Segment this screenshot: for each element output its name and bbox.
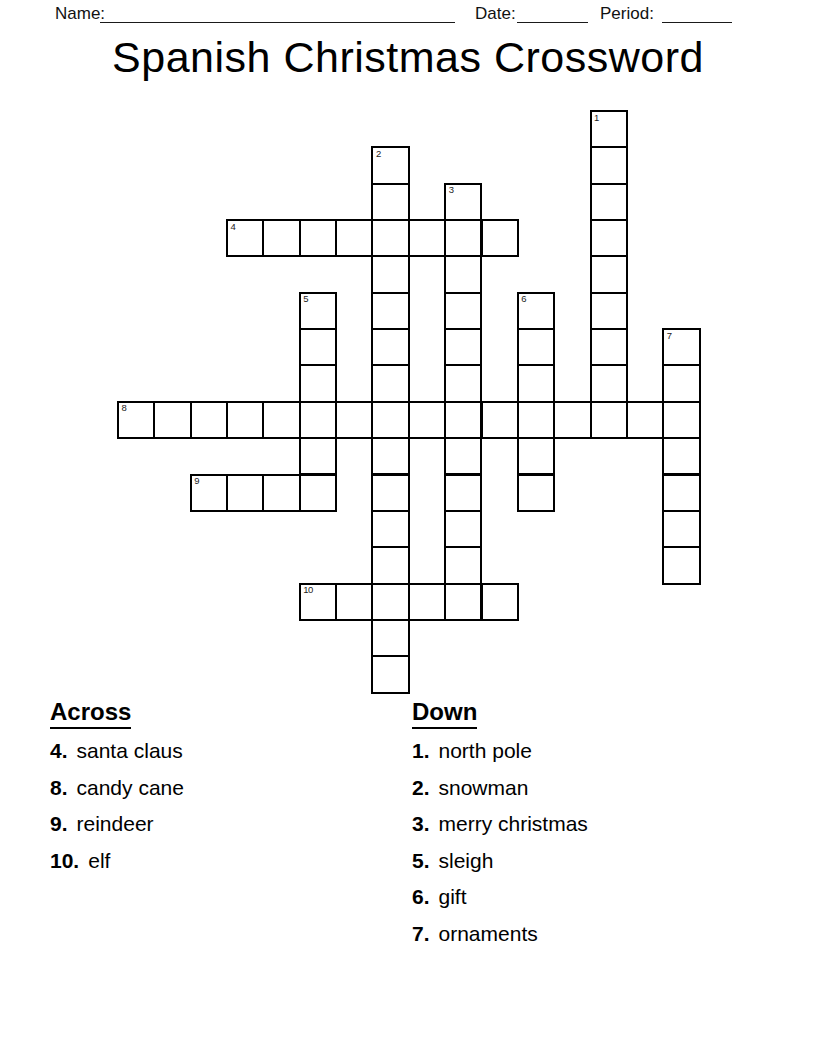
grid-cell-r6c5[interactable] bbox=[299, 328, 337, 366]
grid-cell-r12c7[interactable] bbox=[371, 546, 409, 584]
clue-number-label: 8. bbox=[50, 776, 68, 799]
clue-text: reindeer bbox=[77, 812, 154, 835]
clue-number-label: 1. bbox=[412, 739, 430, 762]
down-clue-3: 3.merry christmas bbox=[412, 811, 772, 848]
across-clue-10: 10.elf bbox=[50, 848, 380, 885]
grid-cell-r11c15[interactable] bbox=[662, 510, 700, 548]
across-heading: Across bbox=[50, 698, 131, 729]
grid-cell-r8c14[interactable] bbox=[626, 401, 664, 439]
across-clues-section: Across 4.santa claus8.candy cane9.reinde… bbox=[50, 698, 380, 884]
grid-cell-r11c7[interactable] bbox=[371, 510, 409, 548]
clue-text: snowman bbox=[439, 776, 529, 799]
grid-cell-r7c9[interactable] bbox=[444, 364, 482, 402]
grid-cell-r10c15[interactable] bbox=[662, 474, 700, 512]
clue-number-label: 2. bbox=[412, 776, 430, 799]
name-blank-line[interactable] bbox=[100, 0, 455, 23]
grid-cell-r8c5[interactable] bbox=[299, 401, 337, 439]
grid-cell-r13c10[interactable] bbox=[481, 583, 519, 621]
grid-cell-r8c8[interactable] bbox=[408, 401, 446, 439]
grid-cell-r13c6[interactable] bbox=[335, 583, 373, 621]
down-clue-list: 1.north pole2.snowman3.merry christmas5.… bbox=[412, 738, 772, 958]
grid-cell-r8c3[interactable] bbox=[226, 401, 264, 439]
grid-cell-r9c5[interactable] bbox=[299, 437, 337, 475]
grid-cell-r14c7[interactable] bbox=[371, 619, 409, 657]
clue-text: ornaments bbox=[439, 922, 538, 945]
down-clue-6: 6.gift bbox=[412, 884, 772, 921]
grid-cell-r3c3[interactable]: 4 bbox=[226, 219, 264, 257]
grid-clue-number-4: 4 bbox=[231, 222, 236, 232]
grid-cell-r13c9[interactable] bbox=[444, 583, 482, 621]
grid-cell-r5c9[interactable] bbox=[444, 292, 482, 330]
grid-cell-r5c5[interactable]: 5 bbox=[299, 292, 337, 330]
grid-cell-r5c11[interactable]: 6 bbox=[517, 292, 555, 330]
date-label: Date: bbox=[475, 4, 516, 24]
clue-text: santa claus bbox=[77, 739, 183, 762]
grid-clue-number-2: 2 bbox=[376, 149, 381, 159]
clue-text: gift bbox=[439, 885, 467, 908]
name-label: Name: bbox=[55, 4, 105, 24]
grid-cell-r4c7[interactable] bbox=[371, 255, 409, 293]
grid-clue-number-6: 6 bbox=[521, 294, 526, 304]
grid-cell-r13c8[interactable] bbox=[408, 583, 446, 621]
worksheet-page: Name: Date: Period: Spanish Christmas Cr… bbox=[0, 0, 816, 1056]
grid-cell-r3c13[interactable] bbox=[590, 219, 628, 257]
grid-cell-r6c13[interactable] bbox=[590, 328, 628, 366]
down-heading: Down bbox=[412, 698, 477, 729]
grid-cell-r8c11[interactable] bbox=[517, 401, 555, 439]
grid-clue-number-3: 3 bbox=[449, 185, 454, 195]
clue-text: candy cane bbox=[77, 776, 184, 799]
grid-cell-r6c11[interactable] bbox=[517, 328, 555, 366]
clue-text: elf bbox=[88, 849, 110, 872]
down-clue-1: 1.north pole bbox=[412, 738, 772, 775]
grid-cell-r8c12[interactable] bbox=[553, 401, 591, 439]
grid-cell-r10c7[interactable] bbox=[371, 474, 409, 512]
grid-clue-number-9: 9 bbox=[194, 476, 199, 486]
grid-cell-r1c13[interactable] bbox=[590, 146, 628, 184]
grid-cell-r10c5[interactable] bbox=[299, 474, 337, 512]
grid-cell-r6c7[interactable] bbox=[371, 328, 409, 366]
clue-number-label: 6. bbox=[412, 885, 430, 908]
grid-cell-r0c13[interactable]: 1 bbox=[590, 110, 628, 148]
grid-cell-r12c15[interactable] bbox=[662, 546, 700, 584]
grid-cell-r2c13[interactable] bbox=[590, 183, 628, 221]
down-clue-2: 2.snowman bbox=[412, 775, 772, 812]
clue-number-label: 4. bbox=[50, 739, 68, 762]
down-clues-section: Down 1.north pole2.snowman3.merry christ… bbox=[412, 698, 772, 958]
grid-cell-r8c2[interactable] bbox=[190, 401, 228, 439]
grid-cell-r8c0[interactable]: 8 bbox=[117, 401, 155, 439]
grid-cell-r4c13[interactable] bbox=[590, 255, 628, 293]
grid-cell-r6c9[interactable] bbox=[444, 328, 482, 366]
grid-cell-r8c13[interactable] bbox=[590, 401, 628, 439]
grid-cell-r9c7[interactable] bbox=[371, 437, 409, 475]
grid-cell-r15c7[interactable] bbox=[371, 655, 409, 693]
down-clue-5: 5.sleigh bbox=[412, 848, 772, 885]
grid-cell-r7c7[interactable] bbox=[371, 364, 409, 402]
grid-cell-r1c7[interactable]: 2 bbox=[371, 146, 409, 184]
header-fill-in-row: Name: Date: Period: bbox=[0, 0, 816, 30]
grid-cell-r12c9[interactable] bbox=[444, 546, 482, 584]
period-blank-line[interactable] bbox=[662, 0, 732, 23]
grid-cell-r5c7[interactable] bbox=[371, 292, 409, 330]
grid-cell-r10c4[interactable] bbox=[262, 474, 300, 512]
grid-cell-r9c9[interactable] bbox=[444, 437, 482, 475]
grid-cell-r3c4[interactable] bbox=[262, 219, 300, 257]
grid-cell-r2c7[interactable] bbox=[371, 183, 409, 221]
grid-clue-number-1: 1 bbox=[594, 113, 599, 123]
grid-cell-r7c11[interactable] bbox=[517, 364, 555, 402]
clue-number-label: 7. bbox=[412, 922, 430, 945]
grid-clue-number-5: 5 bbox=[303, 294, 308, 304]
grid-cell-r11c9[interactable] bbox=[444, 510, 482, 548]
clue-text: merry christmas bbox=[439, 812, 588, 835]
grid-cell-r9c15[interactable] bbox=[662, 437, 700, 475]
grid-cell-r3c5[interactable] bbox=[299, 219, 337, 257]
clue-number-label: 5. bbox=[412, 849, 430, 872]
clue-text: sleigh bbox=[439, 849, 494, 872]
grid-cell-r7c13[interactable] bbox=[590, 364, 628, 402]
grid-cell-r13c5[interactable]: 10 bbox=[299, 583, 337, 621]
grid-cell-r8c4[interactable] bbox=[262, 401, 300, 439]
clue-number-label: 9. bbox=[50, 812, 68, 835]
grid-cell-r8c15[interactable] bbox=[662, 401, 700, 439]
grid-cell-r7c15[interactable] bbox=[662, 364, 700, 402]
grid-cell-r10c2[interactable]: 9 bbox=[190, 474, 228, 512]
grid-cell-r8c6[interactable] bbox=[335, 401, 373, 439]
grid-clue-number-8: 8 bbox=[122, 403, 127, 413]
grid-cell-r3c8[interactable] bbox=[408, 219, 446, 257]
grid-cell-r8c9[interactable] bbox=[444, 401, 482, 439]
grid-cell-r7c5[interactable] bbox=[299, 364, 337, 402]
grid-cell-r3c7[interactable] bbox=[371, 219, 409, 257]
grid-cell-r13c7[interactable] bbox=[371, 583, 409, 621]
crossword-grid: 12345678910 bbox=[117, 110, 701, 694]
clue-text: north pole bbox=[439, 739, 532, 762]
grid-cell-r2c9[interactable]: 3 bbox=[444, 183, 482, 221]
grid-cell-r10c9[interactable] bbox=[444, 474, 482, 512]
grid-cell-r4c9[interactable] bbox=[444, 255, 482, 293]
clue-number-label: 10. bbox=[50, 849, 79, 872]
down-clue-7: 7.ornaments bbox=[412, 921, 772, 958]
grid-cell-r10c11[interactable] bbox=[517, 474, 555, 512]
grid-cell-r10c3[interactable] bbox=[226, 474, 264, 512]
across-clue-9: 9.reindeer bbox=[50, 811, 380, 848]
across-clue-list: 4.santa claus8.candy cane9.reindeer10.el… bbox=[50, 738, 380, 884]
puzzle-title: Spanish Christmas Crossword bbox=[0, 33, 816, 82]
period-label: Period: bbox=[600, 4, 654, 24]
grid-cell-r5c13[interactable] bbox=[590, 292, 628, 330]
date-blank-line[interactable] bbox=[517, 0, 588, 23]
grid-cell-r3c9[interactable] bbox=[444, 219, 482, 257]
across-clue-4: 4.santa claus bbox=[50, 738, 380, 775]
clue-number-label: 3. bbox=[412, 812, 430, 835]
grid-cell-r8c7[interactable] bbox=[371, 401, 409, 439]
grid-cell-r8c1[interactable] bbox=[153, 401, 191, 439]
grid-clue-number-7: 7 bbox=[667, 331, 672, 341]
grid-cell-r3c6[interactable] bbox=[335, 219, 373, 257]
grid-cell-r6c15[interactable]: 7 bbox=[662, 328, 700, 366]
grid-cell-r8c10[interactable] bbox=[481, 401, 519, 439]
grid-clue-number-10: 10 bbox=[303, 585, 313, 595]
grid-cell-r9c11[interactable] bbox=[517, 437, 555, 475]
across-clue-8: 8.candy cane bbox=[50, 775, 380, 812]
grid-cell-r3c10[interactable] bbox=[481, 219, 519, 257]
